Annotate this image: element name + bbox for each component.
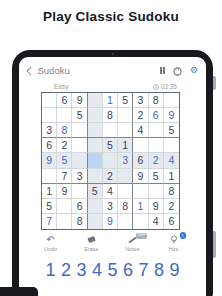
cell-r6c6[interactable] xyxy=(118,169,133,184)
numpad-9[interactable]: 9 xyxy=(170,260,180,282)
cell-r4c6[interactable]: 1 xyxy=(118,138,133,153)
cell-r2c7[interactable]: 2 xyxy=(133,108,148,123)
cell-r9c6[interactable] xyxy=(118,214,133,229)
cell-r2c2[interactable] xyxy=(57,108,72,123)
cell-r6c2[interactable]: 7 xyxy=(57,169,72,184)
cell-r8c4[interactable] xyxy=(88,199,103,214)
cell-r6c5[interactable]: 2 xyxy=(103,169,118,184)
cell-r5c7[interactable]: 6 xyxy=(133,153,148,168)
sudoku-grid[interactable]: 6915385826938456251953624732951195485638… xyxy=(41,92,180,230)
cell-r1c6[interactable]: 5 xyxy=(118,93,133,108)
cell-r1c7[interactable]: 3 xyxy=(133,93,148,108)
cell-r9c1[interactable]: 7 xyxy=(42,214,57,229)
cell-r6c4[interactable] xyxy=(88,169,103,184)
cell-r8c1[interactable]: 5 xyxy=(42,199,57,214)
eraser-icon xyxy=(87,236,95,243)
cell-r5c9[interactable]: 4 xyxy=(164,153,179,168)
notes-label: Notes xyxy=(125,246,139,252)
cell-r9c3[interactable]: 8 xyxy=(72,214,87,229)
cell-r2c8[interactable]: 6 xyxy=(149,108,164,123)
erase-button[interactable]: Erase xyxy=(78,235,105,252)
cell-r7c2[interactable]: 9 xyxy=(57,184,72,199)
notes-button[interactable]: OFF Notes xyxy=(119,235,146,252)
cell-r1c9[interactable] xyxy=(164,93,179,108)
cell-r4c5[interactable]: 5 xyxy=(103,138,118,153)
difficulty-label: Easy xyxy=(54,83,68,90)
cell-r5c1[interactable]: 9 xyxy=(42,153,57,168)
cell-r8c8[interactable]: 9 xyxy=(149,199,164,214)
app-screen: Sudoku ⚙ Easy xyxy=(19,57,206,296)
cell-r9c5[interactable]: 9 xyxy=(103,214,118,229)
cell-r4c9[interactable] xyxy=(164,138,179,153)
numpad: 123456789 xyxy=(19,260,206,282)
cell-r3c6[interactable] xyxy=(118,123,133,138)
cell-r5c6[interactable]: 3 xyxy=(118,153,133,168)
cell-r8c9[interactable]: 2 xyxy=(164,199,179,214)
notes-off-badge: OFF xyxy=(136,233,147,239)
cell-r9c9[interactable]: 6 xyxy=(164,214,179,229)
cell-r2c3[interactable]: 5 xyxy=(72,108,87,123)
undo-icon: ↶ xyxy=(46,235,54,245)
back-chevron-icon xyxy=(27,67,35,75)
camera-dot xyxy=(111,53,114,56)
cell-r2c5[interactable]: 8 xyxy=(103,108,118,123)
numpad-1[interactable]: 1 xyxy=(45,260,55,282)
tablet-frame: Sudoku ⚙ Easy xyxy=(12,50,213,296)
cell-r3c9[interactable]: 5 xyxy=(164,123,179,138)
cell-r5c3[interactable] xyxy=(72,153,87,168)
cell-r8c7[interactable]: 1 xyxy=(133,199,148,214)
hint-label: Hint xyxy=(169,246,179,252)
cell-r3c7[interactable]: 4 xyxy=(133,123,148,138)
cell-r8c6[interactable]: 8 xyxy=(118,199,133,214)
cell-r6c1[interactable] xyxy=(42,169,57,184)
hint-button[interactable]: 1 Hint xyxy=(160,235,187,252)
cell-r7c5[interactable]: 4 xyxy=(103,184,118,199)
cell-r1c2[interactable]: 6 xyxy=(57,93,72,108)
cell-r2c1[interactable] xyxy=(42,108,57,123)
cell-r4c1[interactable]: 6 xyxy=(42,138,57,153)
cell-r7c8[interactable] xyxy=(149,184,164,199)
erase-label: Erase xyxy=(84,246,98,252)
cell-r7c7[interactable] xyxy=(133,184,148,199)
cell-r2c6[interactable] xyxy=(118,108,133,123)
cell-r6c9[interactable]: 1 xyxy=(164,169,179,184)
numpad-7[interactable]: 7 xyxy=(139,260,149,282)
cell-r2c9[interactable]: 9 xyxy=(164,108,179,123)
cell-r9c7[interactable] xyxy=(133,214,148,229)
cell-r3c4[interactable] xyxy=(88,123,103,138)
timer-value: 03:35 xyxy=(161,83,177,90)
pencil-icon xyxy=(128,236,136,243)
cell-r7c1[interactable]: 1 xyxy=(42,184,57,199)
cell-r6c3[interactable]: 3 xyxy=(72,169,87,184)
cell-r8c5[interactable]: 3 xyxy=(103,199,118,214)
cell-r7c9[interactable]: 8 xyxy=(164,184,179,199)
cell-r1c8[interactable]: 8 xyxy=(149,93,164,108)
page-title: Play Classic Sudoku xyxy=(0,9,222,24)
app-header: Sudoku ⚙ xyxy=(28,64,198,77)
cell-r7c6[interactable] xyxy=(118,184,133,199)
status-row: Easy 03:35 xyxy=(41,83,180,90)
cell-r7c4[interactable]: 5 xyxy=(88,184,103,199)
cell-r3c2[interactable]: 8 xyxy=(57,123,72,138)
cell-r4c3[interactable] xyxy=(72,138,87,153)
cell-r8c2[interactable] xyxy=(57,199,72,214)
back-label: Sudoku xyxy=(38,65,70,76)
cell-r1c3[interactable]: 9 xyxy=(72,93,87,108)
numpad-3[interactable]: 3 xyxy=(76,260,86,282)
palette-icon[interactable] xyxy=(173,62,182,80)
cell-r3c3[interactable] xyxy=(72,123,87,138)
settings-gear-icon[interactable]: ⚙ xyxy=(190,66,198,75)
cell-r6c8[interactable]: 5 xyxy=(149,169,164,184)
numpad-8[interactable]: 8 xyxy=(154,260,164,282)
lightbulb-icon xyxy=(170,235,178,244)
cell-r9c2[interactable] xyxy=(57,214,72,229)
cell-r3c8[interactable] xyxy=(149,123,164,138)
cell-r4c2[interactable]: 2 xyxy=(57,138,72,153)
back-button[interactable]: Sudoku xyxy=(28,65,70,76)
clock-icon xyxy=(153,84,159,90)
numpad-6[interactable]: 6 xyxy=(123,260,133,282)
numpad-5[interactable]: 5 xyxy=(107,260,117,282)
cell-r1c1[interactable] xyxy=(42,93,57,108)
cell-r5c8[interactable]: 2 xyxy=(149,153,164,168)
cell-r6c7[interactable]: 9 xyxy=(133,169,148,184)
device-corner-decoration xyxy=(0,287,38,296)
cell-r7c3[interactable] xyxy=(72,184,87,199)
cell-r9c8[interactable]: 4 xyxy=(149,214,164,229)
cell-r4c8[interactable] xyxy=(149,138,164,153)
cell-r2c4[interactable] xyxy=(88,108,103,123)
cell-r1c4[interactable] xyxy=(88,93,103,108)
undo-button[interactable]: ↶ Undo xyxy=(37,235,64,252)
numpad-2[interactable]: 2 xyxy=(61,260,71,282)
cell-r8c3[interactable]: 6 xyxy=(72,199,87,214)
timer: 03:35 xyxy=(153,83,177,90)
cell-r5c5[interactable] xyxy=(103,153,118,168)
undo-label: Undo xyxy=(44,246,57,252)
cell-r4c7[interactable] xyxy=(133,138,148,153)
cell-r3c5[interactable] xyxy=(103,123,118,138)
cell-r9c4[interactable] xyxy=(88,214,103,229)
numpad-4[interactable]: 4 xyxy=(92,260,102,282)
cell-r5c4[interactable] xyxy=(88,153,103,168)
cell-r3c1[interactable]: 3 xyxy=(42,123,57,138)
cell-r1c5[interactable]: 1 xyxy=(103,93,118,108)
cell-r5c2[interactable]: 5 xyxy=(57,153,72,168)
pause-icon[interactable] xyxy=(160,67,165,74)
toolbar: ↶ Undo Erase OFF Notes 1 H xyxy=(37,235,187,252)
hint-count-badge: 1 xyxy=(180,232,187,239)
cell-r4c4[interactable] xyxy=(88,138,103,153)
